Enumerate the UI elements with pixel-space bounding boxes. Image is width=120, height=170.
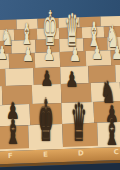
piece-black-pawn-e5[interactable]: ♟ xyxy=(41,68,54,89)
piece-black-king-e8[interactable]: ♚ xyxy=(38,94,54,151)
piece-black-bishop-f8[interactable]: ♝ xyxy=(5,116,20,150)
piece-black-queen-d8[interactable]: ♛ xyxy=(71,98,87,151)
board-squares xyxy=(0,0,117,2)
square-f5[interactable] xyxy=(5,68,33,86)
piece-black-bishop-c8[interactable]: ♝ xyxy=(104,115,120,151)
piece-black-pawn-d5[interactable]: ♟ xyxy=(66,69,79,90)
piece-white-pawn-d2[interactable]: ♟ xyxy=(69,45,81,65)
piece-white-pawn-c2[interactable]: ♟ xyxy=(91,44,103,62)
board-coordinates: FEDC xyxy=(0,0,117,2)
piece-white-pawn-g2[interactable]: ♟ xyxy=(0,44,8,62)
piece-white-pawn-b2[interactable]: ♟ xyxy=(111,44,120,62)
piece-white-pawn-e2[interactable]: ♟ xyxy=(43,44,55,64)
coord-label-f: F xyxy=(8,152,13,159)
piece-white-pawn-f2[interactable]: ♟ xyxy=(22,45,34,65)
chess-app-screen: FEDC ♞♝♚♛♝♞♟♟♟♟♟♟♟♟♞♟♟♝♚♛♝ xyxy=(0,0,120,170)
square-b5[interactable] xyxy=(115,64,120,82)
